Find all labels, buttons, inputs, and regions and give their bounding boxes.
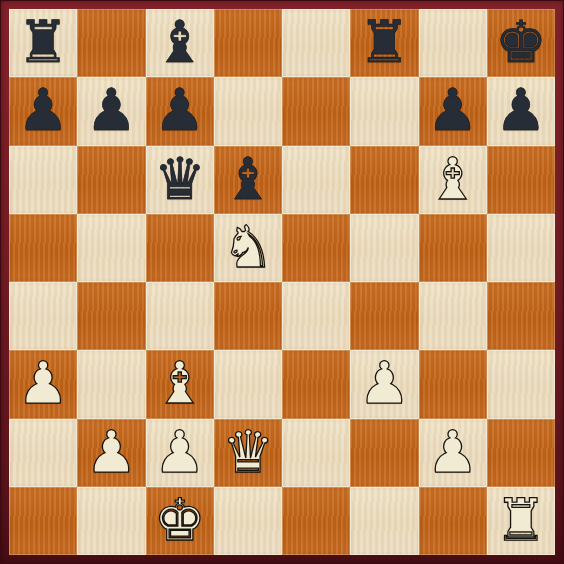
square-c3[interactable]: ♝ bbox=[146, 350, 214, 418]
square-a5[interactable] bbox=[9, 214, 77, 282]
square-c7[interactable]: ♟ bbox=[146, 77, 214, 145]
square-c6[interactable]: ♛ bbox=[146, 146, 214, 214]
square-d3[interactable] bbox=[214, 350, 282, 418]
white-pawn-piece[interactable]: ♟ bbox=[154, 423, 206, 481]
square-g8[interactable] bbox=[419, 9, 487, 77]
black-rook-piece[interactable]: ♜ bbox=[358, 13, 410, 71]
square-h4[interactable] bbox=[487, 282, 555, 350]
square-b4[interactable] bbox=[77, 282, 145, 350]
square-e6[interactable] bbox=[282, 146, 350, 214]
square-a3[interactable]: ♟ bbox=[9, 350, 77, 418]
square-g1[interactable] bbox=[419, 487, 487, 555]
square-b5[interactable] bbox=[77, 214, 145, 282]
black-bishop-piece[interactable]: ♝ bbox=[154, 13, 206, 71]
black-bishop-piece[interactable]: ♝ bbox=[222, 150, 274, 208]
square-b1[interactable] bbox=[77, 487, 145, 555]
square-e4[interactable] bbox=[282, 282, 350, 350]
white-bishop-piece[interactable]: ♝ bbox=[427, 150, 479, 208]
white-queen-piece[interactable]: ♛ bbox=[222, 423, 274, 481]
square-c1[interactable]: ♚ bbox=[146, 487, 214, 555]
square-b8[interactable] bbox=[77, 9, 145, 77]
square-e2[interactable] bbox=[282, 419, 350, 487]
black-queen-piece[interactable]: ♛ bbox=[154, 150, 206, 208]
square-b6[interactable] bbox=[77, 146, 145, 214]
square-a6[interactable] bbox=[9, 146, 77, 214]
square-h7[interactable]: ♟ bbox=[487, 77, 555, 145]
square-g2[interactable]: ♟ bbox=[419, 419, 487, 487]
square-b3[interactable] bbox=[77, 350, 145, 418]
square-f3[interactable]: ♟ bbox=[350, 350, 418, 418]
square-d5[interactable]: ♞ bbox=[214, 214, 282, 282]
chess-board-frame: ♜♝♜♚♟♟♟♟♟♛♝♝♞♟♝♟♟♟♛♟♚♜ bbox=[0, 0, 564, 564]
square-g7[interactable]: ♟ bbox=[419, 77, 487, 145]
square-f2[interactable] bbox=[350, 419, 418, 487]
square-f8[interactable]: ♜ bbox=[350, 9, 418, 77]
white-pawn-piece[interactable]: ♟ bbox=[17, 354, 69, 412]
square-a8[interactable]: ♜ bbox=[9, 9, 77, 77]
black-pawn-piece[interactable]: ♟ bbox=[495, 81, 547, 139]
square-h3[interactable] bbox=[487, 350, 555, 418]
white-bishop-piece[interactable]: ♝ bbox=[154, 354, 206, 412]
square-d1[interactable] bbox=[214, 487, 282, 555]
chess-board: ♜♝♜♚♟♟♟♟♟♛♝♝♞♟♝♟♟♟♛♟♚♜ bbox=[9, 9, 555, 555]
square-f1[interactable] bbox=[350, 487, 418, 555]
square-d2[interactable]: ♛ bbox=[214, 419, 282, 487]
square-e3[interactable] bbox=[282, 350, 350, 418]
white-king-piece[interactable]: ♚ bbox=[154, 491, 206, 549]
white-pawn-piece[interactable]: ♟ bbox=[358, 354, 410, 412]
square-g4[interactable] bbox=[419, 282, 487, 350]
square-c5[interactable] bbox=[146, 214, 214, 282]
square-h1[interactable]: ♜ bbox=[487, 487, 555, 555]
white-pawn-piece[interactable]: ♟ bbox=[85, 423, 137, 481]
square-d7[interactable] bbox=[214, 77, 282, 145]
square-a2[interactable] bbox=[9, 419, 77, 487]
square-c8[interactable]: ♝ bbox=[146, 9, 214, 77]
square-a7[interactable]: ♟ bbox=[9, 77, 77, 145]
black-pawn-piece[interactable]: ♟ bbox=[85, 81, 137, 139]
square-e8[interactable] bbox=[282, 9, 350, 77]
square-c4[interactable] bbox=[146, 282, 214, 350]
black-rook-piece[interactable]: ♜ bbox=[17, 13, 69, 71]
black-pawn-piece[interactable]: ♟ bbox=[427, 81, 479, 139]
square-d8[interactable] bbox=[214, 9, 282, 77]
white-knight-piece[interactable]: ♞ bbox=[222, 218, 274, 276]
black-king-piece[interactable]: ♚ bbox=[495, 13, 547, 71]
square-e5[interactable] bbox=[282, 214, 350, 282]
square-g6[interactable]: ♝ bbox=[419, 146, 487, 214]
square-f7[interactable] bbox=[350, 77, 418, 145]
black-pawn-piece[interactable]: ♟ bbox=[154, 81, 206, 139]
square-h5[interactable] bbox=[487, 214, 555, 282]
square-d4[interactable] bbox=[214, 282, 282, 350]
square-f5[interactable] bbox=[350, 214, 418, 282]
square-e7[interactable] bbox=[282, 77, 350, 145]
square-h8[interactable]: ♚ bbox=[487, 9, 555, 77]
square-e1[interactable] bbox=[282, 487, 350, 555]
square-a1[interactable] bbox=[9, 487, 77, 555]
square-h6[interactable] bbox=[487, 146, 555, 214]
square-c2[interactable]: ♟ bbox=[146, 419, 214, 487]
square-g5[interactable] bbox=[419, 214, 487, 282]
square-f6[interactable] bbox=[350, 146, 418, 214]
white-rook-piece[interactable]: ♜ bbox=[495, 491, 547, 549]
white-pawn-piece[interactable]: ♟ bbox=[427, 423, 479, 481]
square-a4[interactable] bbox=[9, 282, 77, 350]
square-f4[interactable] bbox=[350, 282, 418, 350]
square-b2[interactable]: ♟ bbox=[77, 419, 145, 487]
square-b7[interactable]: ♟ bbox=[77, 77, 145, 145]
square-g3[interactable] bbox=[419, 350, 487, 418]
black-pawn-piece[interactable]: ♟ bbox=[17, 81, 69, 139]
square-d6[interactable]: ♝ bbox=[214, 146, 282, 214]
square-h2[interactable] bbox=[487, 419, 555, 487]
